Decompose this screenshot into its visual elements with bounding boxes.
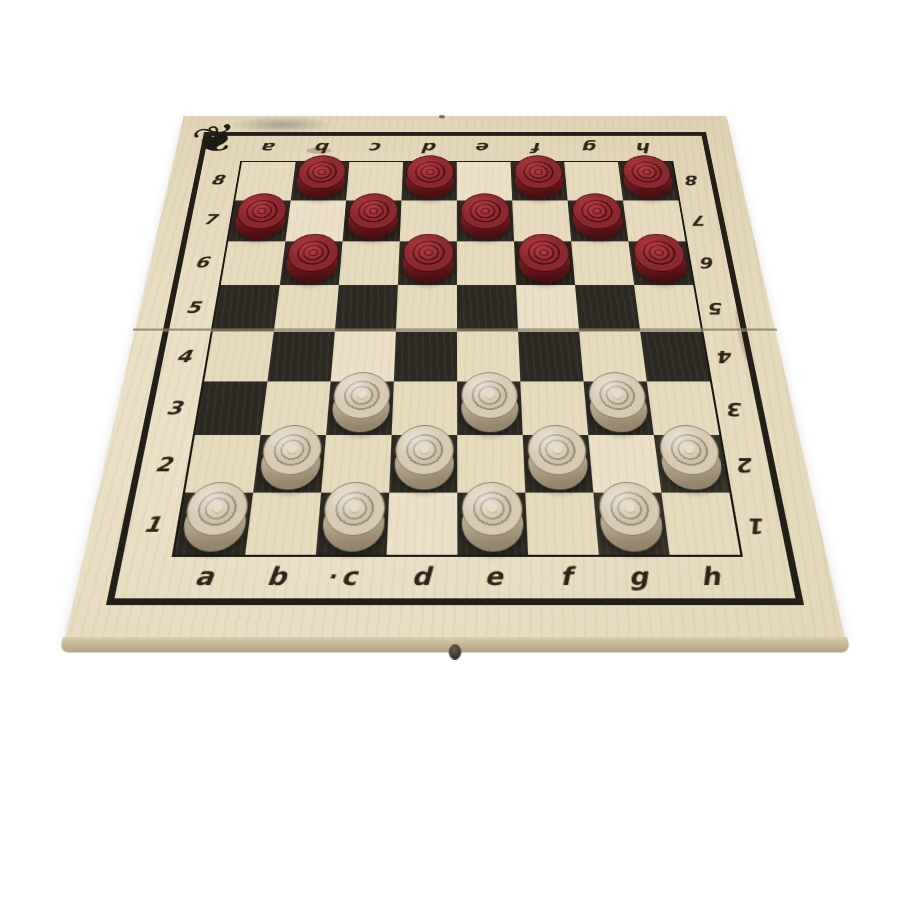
square-f4[interactable]: [518, 332, 583, 382]
square-a3[interactable]: [195, 381, 267, 435]
piece-white-d2[interactable]: [393, 438, 453, 489]
square-d5[interactable]: [396, 285, 457, 332]
piece-red-b8[interactable]: [294, 164, 346, 198]
square-d2[interactable]: [389, 435, 457, 493]
fold-seam: [133, 328, 777, 330]
square-b5[interactable]: [274, 285, 339, 332]
hinge-pin-top: [439, 115, 445, 118]
piece-red-e7[interactable]: [460, 203, 511, 239]
coordinate-label: e: [457, 136, 511, 160]
piece-red-f6[interactable]: [517, 244, 571, 283]
square-e3[interactable]: [457, 381, 523, 435]
square-h2[interactable]: [654, 435, 730, 493]
square-a4[interactable]: [204, 332, 274, 382]
file-labels-top: abcdefgh: [241, 136, 673, 160]
square-g5[interactable]: [575, 285, 640, 332]
piece-white-e3[interactable]: [461, 384, 519, 431]
square-e6[interactable]: [457, 241, 516, 285]
square-b1[interactable]: [245, 493, 321, 555]
coordinate-label: e: [457, 555, 530, 599]
square-f6[interactable]: [514, 241, 575, 285]
coordinate-label: h: [671, 555, 750, 599]
piece-white-b2[interactable]: [257, 438, 322, 489]
coordinate-label: g: [600, 555, 677, 599]
square-e7[interactable]: [457, 200, 514, 241]
square-d6[interactable]: [398, 241, 457, 285]
square-a5[interactable]: [213, 285, 280, 332]
square-b4[interactable]: [267, 332, 334, 382]
checkers-board: ❦ 87654321 87654321 abcdefgh · abcdefgh: [65, 116, 845, 637]
piece-white-g1[interactable]: [598, 496, 665, 551]
clasp-knob: [449, 644, 461, 659]
square-h5[interactable]: [634, 285, 701, 332]
wood-stain: [230, 116, 335, 133]
coordinate-label: f: [529, 555, 604, 599]
coordinate-label: g: [563, 136, 619, 160]
square-g6[interactable]: [571, 241, 634, 285]
square-d4[interactable]: [394, 332, 457, 382]
square-h8[interactable]: [618, 162, 678, 200]
square-d1[interactable]: [387, 493, 458, 555]
coordinate-label: c: [349, 136, 404, 160]
piece-white-c3[interactable]: [330, 384, 390, 431]
square-c7[interactable]: [343, 200, 402, 241]
square-e1[interactable]: [457, 493, 528, 555]
piece-red-a7[interactable]: [232, 203, 287, 239]
coordinate-label: 5: [169, 285, 217, 332]
piece-red-h8[interactable]: [621, 164, 675, 198]
piece-white-a1[interactable]: [179, 496, 249, 551]
file-labels-bottom: · abcdefgh: [164, 555, 750, 599]
playing-field: [172, 161, 743, 557]
square-f5[interactable]: [516, 285, 579, 332]
square-b6[interactable]: [280, 241, 343, 285]
square-g3[interactable]: [584, 381, 654, 435]
square-b2[interactable]: [253, 435, 326, 493]
square-h6[interactable]: [628, 241, 693, 285]
square-b8[interactable]: [291, 162, 350, 200]
corner-ornament: ❦: [189, 118, 242, 162]
square-a1[interactable]: [174, 493, 253, 555]
square-c5[interactable]: [335, 285, 398, 332]
square-f2[interactable]: [523, 435, 594, 493]
piece-red-g7[interactable]: [571, 203, 625, 239]
square-a6[interactable]: [221, 241, 286, 285]
coordinate-label: a: [241, 136, 298, 160]
piece-red-c7[interactable]: [346, 203, 398, 239]
square-h4[interactable]: [640, 332, 710, 382]
photo-scene: ❦ 87654321 87654321 abcdefgh · abcdefgh: [0, 0, 900, 900]
piece-white-e1[interactable]: [461, 496, 524, 551]
coordinate-label: d: [384, 555, 457, 599]
coordinate-label: c: [311, 555, 386, 599]
square-c3[interactable]: [326, 381, 394, 435]
board-perspective-wrapper: ❦ 87654321 87654321 abcdefgh · abcdefgh: [135, 10, 775, 650]
coordinate-label: 6: [178, 241, 224, 285]
coordinate-label: 8: [196, 161, 239, 200]
square-c6[interactable]: [339, 241, 400, 285]
square-a7[interactable]: [228, 200, 290, 241]
coordinate-label: 7: [187, 200, 232, 241]
piece-white-h2[interactable]: [658, 438, 725, 489]
square-d8[interactable]: [401, 162, 456, 200]
square-h1[interactable]: [661, 493, 740, 555]
square-g7[interactable]: [568, 200, 629, 241]
piece-white-f2[interactable]: [527, 438, 590, 489]
coordinate-label: b: [238, 555, 315, 599]
square-f1[interactable]: [525, 493, 599, 555]
piece-red-d6[interactable]: [401, 244, 453, 283]
piece-red-h6[interactable]: [632, 244, 689, 283]
piece-red-f8[interactable]: [514, 164, 565, 198]
square-c1[interactable]: [316, 493, 389, 555]
coordinate-label: a: [164, 555, 243, 599]
square-f8[interactable]: [510, 162, 567, 200]
piece-white-c1[interactable]: [320, 496, 385, 551]
print-blemish-dot: ·: [326, 563, 337, 589]
piece-white-g3[interactable]: [587, 384, 649, 431]
coordinate-label: 4: [158, 332, 208, 382]
piece-red-b6[interactable]: [283, 244, 339, 283]
square-g1[interactable]: [593, 493, 669, 555]
square-e5[interactable]: [457, 285, 518, 332]
piece-red-d8[interactable]: [405, 164, 454, 198]
